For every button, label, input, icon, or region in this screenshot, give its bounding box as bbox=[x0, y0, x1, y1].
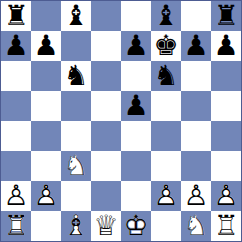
white-piece-outline-glyph: ♙ bbox=[181, 181, 211, 211]
square-b1[interactable] bbox=[31, 211, 61, 241]
square-f8[interactable]: ♝ bbox=[151, 1, 181, 31]
piece-black-pawn: ♟ bbox=[181, 31, 211, 61]
square-g8[interactable] bbox=[181, 1, 211, 31]
square-e7[interactable]: ♟ bbox=[121, 31, 151, 61]
piece-black-pawn: ♟ bbox=[31, 31, 61, 61]
piece-black-pawn: ♟ bbox=[1, 31, 31, 61]
square-f6[interactable]: ♞ bbox=[151, 61, 181, 91]
square-e6[interactable] bbox=[121, 61, 151, 91]
square-c3[interactable]: ♞♘ bbox=[61, 151, 91, 181]
square-a1[interactable]: ♜♖ bbox=[1, 211, 31, 241]
piece-black-pawn: ♟ bbox=[121, 91, 151, 121]
square-f1[interactable] bbox=[151, 211, 181, 241]
square-g5[interactable] bbox=[181, 91, 211, 121]
piece-white-pawn: ♟♙ bbox=[1, 181, 31, 211]
square-a3[interactable] bbox=[1, 151, 31, 181]
square-c4[interactable] bbox=[61, 121, 91, 151]
square-f5[interactable] bbox=[151, 91, 181, 121]
white-piece-outline-glyph: ♖ bbox=[1, 211, 31, 241]
piece-black-knight: ♞ bbox=[61, 61, 91, 91]
square-a6[interactable] bbox=[1, 61, 31, 91]
square-c8[interactable]: ♝ bbox=[61, 1, 91, 31]
square-e2[interactable] bbox=[121, 181, 151, 211]
square-g4[interactable] bbox=[181, 121, 211, 151]
square-g2[interactable]: ♟♙ bbox=[181, 181, 211, 211]
square-h8[interactable]: ♜ bbox=[211, 1, 241, 31]
square-h4[interactable] bbox=[211, 121, 241, 151]
square-c5[interactable] bbox=[61, 91, 91, 121]
white-piece-outline-glyph: ♔ bbox=[121, 211, 151, 241]
square-b7[interactable]: ♟ bbox=[31, 31, 61, 61]
white-piece-outline-glyph: ♕ bbox=[91, 211, 121, 241]
square-g6[interactable] bbox=[181, 61, 211, 91]
piece-white-queen: ♛♕ bbox=[91, 211, 121, 241]
piece-white-knight: ♞♘ bbox=[61, 151, 91, 181]
square-e3[interactable] bbox=[121, 151, 151, 181]
square-h2[interactable]: ♟♙ bbox=[211, 181, 241, 211]
square-a7[interactable]: ♟ bbox=[1, 31, 31, 61]
square-b3[interactable] bbox=[31, 151, 61, 181]
square-e4[interactable] bbox=[121, 121, 151, 151]
white-piece-outline-glyph: ♙ bbox=[31, 181, 61, 211]
square-e5[interactable]: ♟ bbox=[121, 91, 151, 121]
white-piece-outline-glyph: ♙ bbox=[1, 181, 31, 211]
square-d3[interactable] bbox=[91, 151, 121, 181]
piece-black-pawn: ♟ bbox=[211, 31, 241, 61]
piece-white-rook: ♜♖ bbox=[1, 211, 31, 241]
square-e1[interactable]: ♚♔ bbox=[121, 211, 151, 241]
piece-black-rook: ♜ bbox=[211, 1, 241, 31]
chess-board: ♜♝♝♜♟♟♟♚♟♟♞♞♟♞♘♟♙♟♙♟♙♟♙♟♙♜♖♝♗♛♕♚♔♞♘♜♖ bbox=[0, 0, 242, 242]
white-piece-outline-glyph: ♙ bbox=[151, 181, 181, 211]
piece-black-rook: ♜ bbox=[1, 1, 31, 31]
square-d8[interactable] bbox=[91, 1, 121, 31]
square-h7[interactable]: ♟ bbox=[211, 31, 241, 61]
white-piece-outline-glyph: ♗ bbox=[61, 211, 91, 241]
square-h3[interactable] bbox=[211, 151, 241, 181]
square-d2[interactable] bbox=[91, 181, 121, 211]
white-piece-outline-glyph: ♙ bbox=[211, 181, 241, 211]
piece-white-pawn: ♟♙ bbox=[31, 181, 61, 211]
square-h1[interactable]: ♜♖ bbox=[211, 211, 241, 241]
square-b6[interactable] bbox=[31, 61, 61, 91]
white-piece-outline-glyph: ♖ bbox=[211, 211, 241, 241]
square-c6[interactable]: ♞ bbox=[61, 61, 91, 91]
piece-white-king: ♚♔ bbox=[121, 211, 151, 241]
square-c7[interactable] bbox=[61, 31, 91, 61]
piece-white-pawn: ♟♙ bbox=[181, 181, 211, 211]
piece-white-bishop: ♝♗ bbox=[61, 211, 91, 241]
piece-black-pawn: ♟ bbox=[121, 31, 151, 61]
square-b5[interactable] bbox=[31, 91, 61, 121]
piece-black-knight: ♞ bbox=[151, 61, 181, 91]
square-f7[interactable]: ♚ bbox=[151, 31, 181, 61]
square-d4[interactable] bbox=[91, 121, 121, 151]
square-h5[interactable] bbox=[211, 91, 241, 121]
square-e8[interactable] bbox=[121, 1, 151, 31]
square-a4[interactable] bbox=[1, 121, 31, 151]
square-h6[interactable] bbox=[211, 61, 241, 91]
square-g3[interactable] bbox=[181, 151, 211, 181]
square-b4[interactable] bbox=[31, 121, 61, 151]
piece-black-bishop: ♝ bbox=[151, 1, 181, 31]
white-piece-outline-glyph: ♘ bbox=[181, 211, 211, 241]
square-a8[interactable]: ♜ bbox=[1, 1, 31, 31]
piece-black-king: ♚ bbox=[151, 31, 181, 61]
square-d6[interactable] bbox=[91, 61, 121, 91]
square-g1[interactable]: ♞♘ bbox=[181, 211, 211, 241]
square-b8[interactable] bbox=[31, 1, 61, 31]
piece-white-rook: ♜♖ bbox=[211, 211, 241, 241]
square-d7[interactable] bbox=[91, 31, 121, 61]
piece-white-pawn: ♟♙ bbox=[151, 181, 181, 211]
square-f4[interactable] bbox=[151, 121, 181, 151]
piece-white-knight: ♞♘ bbox=[181, 211, 211, 241]
square-f3[interactable] bbox=[151, 151, 181, 181]
white-piece-outline-glyph: ♘ bbox=[61, 151, 91, 181]
piece-white-pawn: ♟♙ bbox=[211, 181, 241, 211]
square-a2[interactable]: ♟♙ bbox=[1, 181, 31, 211]
square-g7[interactable]: ♟ bbox=[181, 31, 211, 61]
square-a5[interactable] bbox=[1, 91, 31, 121]
square-c1[interactable]: ♝♗ bbox=[61, 211, 91, 241]
square-d5[interactable] bbox=[91, 91, 121, 121]
square-c2[interactable] bbox=[61, 181, 91, 211]
square-b2[interactable]: ♟♙ bbox=[31, 181, 61, 211]
piece-black-bishop: ♝ bbox=[61, 1, 91, 31]
square-f2[interactable]: ♟♙ bbox=[151, 181, 181, 211]
square-d1[interactable]: ♛♕ bbox=[91, 211, 121, 241]
